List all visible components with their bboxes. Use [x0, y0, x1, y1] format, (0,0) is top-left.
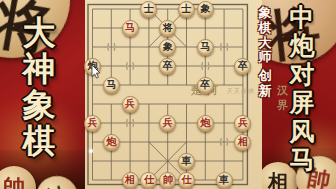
xiangqi-piece-red[interactable]: 仕 [178, 172, 195, 189]
mouse-cursor-icon [91, 65, 101, 79]
title-char: 新 [259, 84, 272, 99]
move-indicator-dot [89, 149, 93, 153]
xiangqi-piece-red[interactable]: 兵 [122, 96, 139, 113]
xiangqi-piece-red[interactable]: 兵 [84, 115, 101, 132]
piece-character: 相 [238, 135, 248, 149]
title-char: 象 [23, 87, 56, 123]
piece-character: 車 [182, 154, 192, 168]
xiangqi-piece-red[interactable]: 兵 [159, 115, 176, 132]
xiangqi-piece-red[interactable]: 炮 [103, 134, 120, 151]
piece-character: 車 [219, 173, 229, 187]
main-title: 大神象棋 [17, 15, 61, 159]
xiangqi-piece-red[interactable]: 马 [122, 20, 139, 37]
title-char: 大 [23, 15, 56, 51]
xiangqi-piece-black[interactable]: 马 [197, 39, 214, 56]
piece-character: 炮 [106, 135, 116, 149]
xiangqi-piece-black[interactable]: 将 [159, 20, 176, 37]
xiangqi-piece-red[interactable]: 相 [122, 172, 139, 189]
xiangqi-piece-red[interactable]: 兵 [234, 115, 251, 132]
xiangqi-board[interactable]: 楚河 汉界 天天象棋 士士象将马象马炮卒卒马卒兵兵兵炮兵炮相車相仕帥仕車 [85, 0, 262, 189]
xiangqi-piece-black[interactable]: 士 [178, 1, 195, 18]
title-char: 对 [290, 61, 315, 89]
xiangqi-piece-black[interactable]: 象 [159, 39, 176, 56]
xiangqi-piece-black[interactable]: 卒 [234, 58, 251, 75]
title-char: 大 [259, 36, 272, 51]
piece-character: 兵 [163, 116, 173, 130]
piece-character: 兵 [88, 116, 98, 130]
xiangqi-piece-black[interactable]: 卒 [197, 77, 214, 94]
title-char: 炮 [290, 32, 315, 60]
piece-character: 象 [163, 40, 173, 54]
piece-character: 仕 [144, 173, 154, 187]
piece-character: 卒 [238, 59, 248, 73]
title-char: 创 [259, 69, 272, 84]
piece-character: 兵 [125, 97, 135, 111]
xiangqi-piece-black[interactable]: 象 [197, 1, 214, 18]
title-char: 师 [259, 50, 272, 65]
app-watermark: 天天象棋 [227, 87, 255, 96]
piece-character: 马 [125, 21, 135, 35]
piece-character: 士 [144, 2, 154, 16]
title-char: 棋 [259, 21, 272, 36]
opening-title: 中炮对屏风马 [287, 4, 317, 174]
xiangqi-piece-red[interactable]: 炮 [197, 115, 214, 132]
piece-character: 象 [200, 2, 210, 16]
title-char: 中 [290, 4, 315, 32]
piece-character: 卒 [200, 78, 210, 92]
xiangqi-piece-black[interactable]: 車 [178, 153, 195, 170]
subtitle-innovation: 创新 [257, 69, 273, 99]
piece-character: 马 [200, 40, 210, 54]
piece-character: 士 [182, 2, 192, 16]
piece-character: 兵 [238, 116, 248, 130]
xiangqi-piece-black[interactable]: 士 [140, 1, 157, 18]
xiangqi-piece-black[interactable]: 马 [103, 77, 120, 94]
title-char: 棋 [23, 123, 56, 159]
xiangqi-piece-black[interactable]: 卒 [159, 58, 176, 75]
piece-character: 马 [106, 78, 116, 92]
piece-character: 卒 [163, 59, 173, 73]
piece-character: 相 [125, 173, 135, 187]
piece-character: 炮 [200, 116, 210, 130]
title-char: 象 [259, 6, 272, 21]
title-char: 屏 [290, 89, 315, 117]
subtitle-master: 象棋大师 [257, 6, 273, 65]
title-char: 风 [290, 118, 315, 146]
xiangqi-piece-red[interactable]: 帥 [159, 172, 176, 189]
xiangqi-piece-red[interactable]: 仕 [140, 172, 157, 189]
title-char: 神 [23, 51, 56, 87]
xiangqi-piece-black[interactable]: 車 [216, 172, 233, 189]
xiangqi-piece-red[interactable]: 相 [234, 134, 251, 151]
piece-character: 将 [163, 21, 173, 35]
title-char: 马 [290, 146, 315, 174]
piece-character: 仕 [182, 173, 192, 187]
piece-character: 帥 [163, 173, 173, 187]
video-thumbnail: 将 帥 神 楚河 汉界 天天象棋 士士象将马象马炮卒卒马卒兵兵兵炮兵炮相車相仕帥… [0, 0, 336, 189]
